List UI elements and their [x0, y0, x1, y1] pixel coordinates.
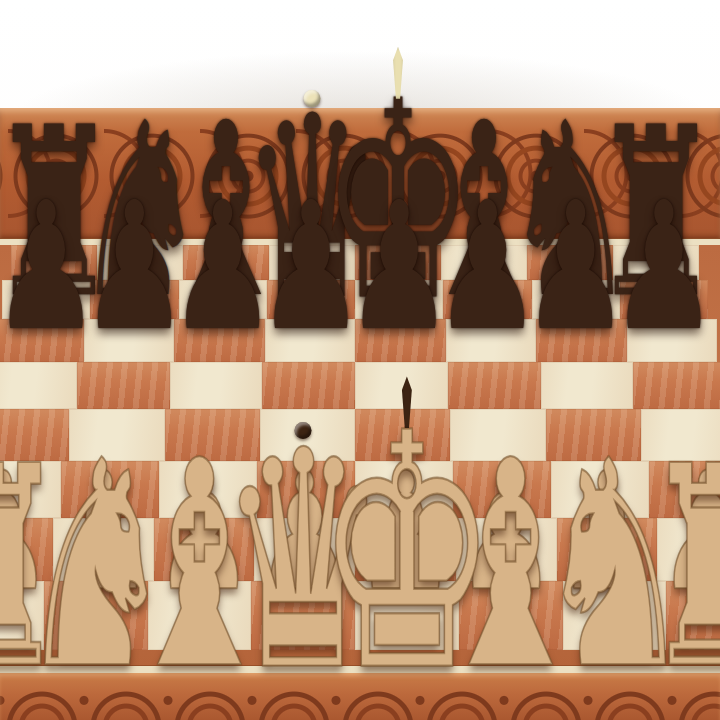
chess-set-photo: ♜♞♝♛♚♝♞♜♟♟♟♟♟♟♟♟♟♟♟♟♟♟♟♟♜♞♝♛♚♝♞♜ [0, 0, 720, 720]
piece-black-pawn-h7[interactable]: ♟ [609, 179, 718, 356]
piece-white-rook-h1[interactable]: ♜ [641, 430, 720, 707]
black-queen-finial [304, 90, 321, 107]
white-queen-finial [295, 422, 312, 439]
